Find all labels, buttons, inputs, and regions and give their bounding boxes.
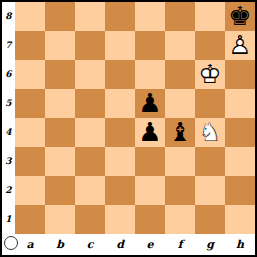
square-d2[interactable] <box>105 176 135 205</box>
black-pawn-glyph: ♟ <box>135 118 165 147</box>
square-d1[interactable] <box>105 205 135 234</box>
white-king[interactable]: ♚♔ <box>195 60 225 89</box>
file-label-a: a <box>15 234 45 255</box>
square-a4[interactable] <box>15 118 45 147</box>
square-h4[interactable] <box>225 118 255 147</box>
rank-label-6: 6 <box>2 60 15 89</box>
square-f2[interactable] <box>165 176 195 205</box>
rank-label-8: 8 <box>2 2 15 31</box>
square-e3[interactable] <box>135 147 165 176</box>
square-f5[interactable] <box>165 89 195 118</box>
square-e8[interactable] <box>135 2 165 31</box>
file-label-d: d <box>105 234 135 255</box>
rank-labels: 87654321 <box>2 2 15 234</box>
square-e2[interactable] <box>135 176 165 205</box>
chess-diagram: 87654321 ♚♟♙♚♔♟♟♝♞♘ abcdefgh <box>0 0 257 257</box>
square-e5[interactable]: ♟ <box>135 89 165 118</box>
rank-label-3: 3 <box>2 147 15 176</box>
black-pawn[interactable]: ♟ <box>135 89 165 118</box>
square-g2[interactable] <box>195 176 225 205</box>
rank-label-7: 7 <box>2 31 15 60</box>
file-label-f: f <box>165 234 195 255</box>
square-c6[interactable] <box>75 60 105 89</box>
file-labels: abcdefgh <box>15 234 255 255</box>
square-g8[interactable] <box>195 2 225 31</box>
rank-label-4: 4 <box>2 118 15 147</box>
square-e6[interactable] <box>135 60 165 89</box>
black-pawn-glyph: ♟ <box>135 89 165 118</box>
square-a8[interactable] <box>15 2 45 31</box>
square-c4[interactable] <box>75 118 105 147</box>
square-b8[interactable] <box>45 2 75 31</box>
square-g1[interactable] <box>195 205 225 234</box>
square-f6[interactable] <box>165 60 195 89</box>
square-h7[interactable]: ♟♙ <box>225 31 255 60</box>
white-knight[interactable]: ♞♘ <box>195 118 225 147</box>
square-f1[interactable] <box>165 205 195 234</box>
white-pawn-glyph: ♙ <box>225 31 255 60</box>
square-c1[interactable] <box>75 205 105 234</box>
square-g7[interactable] <box>195 31 225 60</box>
white-to-move-indicator <box>4 236 18 250</box>
square-c8[interactable] <box>75 2 105 31</box>
file-label-c: c <box>75 234 105 255</box>
square-a5[interactable] <box>15 89 45 118</box>
square-c2[interactable] <box>75 176 105 205</box>
square-b6[interactable] <box>45 60 75 89</box>
square-a7[interactable] <box>15 31 45 60</box>
square-e1[interactable] <box>135 205 165 234</box>
square-f3[interactable] <box>165 147 195 176</box>
black-pawn[interactable]: ♟ <box>135 118 165 147</box>
square-d3[interactable] <box>105 147 135 176</box>
rank-label-2: 2 <box>2 176 15 205</box>
file-label-e: e <box>135 234 165 255</box>
square-b2[interactable] <box>45 176 75 205</box>
rank-label-5: 5 <box>2 89 15 118</box>
square-b7[interactable] <box>45 31 75 60</box>
square-f4[interactable]: ♝ <box>165 118 195 147</box>
square-f8[interactable] <box>165 2 195 31</box>
white-knight-glyph: ♘ <box>195 118 225 147</box>
square-e4[interactable]: ♟ <box>135 118 165 147</box>
square-h3[interactable] <box>225 147 255 176</box>
square-a2[interactable] <box>15 176 45 205</box>
square-h1[interactable] <box>225 205 255 234</box>
square-c5[interactable] <box>75 89 105 118</box>
square-e7[interactable] <box>135 31 165 60</box>
square-a6[interactable] <box>15 60 45 89</box>
square-d8[interactable] <box>105 2 135 31</box>
rank-label-1: 1 <box>2 205 15 234</box>
black-king[interactable]: ♚ <box>225 2 255 31</box>
square-g6[interactable]: ♚♔ <box>195 60 225 89</box>
square-h6[interactable] <box>225 60 255 89</box>
file-label-b: b <box>45 234 75 255</box>
square-g4[interactable]: ♞♘ <box>195 118 225 147</box>
square-f7[interactable] <box>165 31 195 60</box>
black-king-glyph: ♚ <box>225 2 255 31</box>
white-pawn[interactable]: ♟♙ <box>225 31 255 60</box>
square-h2[interactable] <box>225 176 255 205</box>
file-label-g: g <box>195 234 225 255</box>
square-d5[interactable] <box>105 89 135 118</box>
square-a3[interactable] <box>15 147 45 176</box>
square-d6[interactable] <box>105 60 135 89</box>
white-king-glyph: ♔ <box>195 60 225 89</box>
square-c7[interactable] <box>75 31 105 60</box>
square-g3[interactable] <box>195 147 225 176</box>
square-a1[interactable] <box>15 205 45 234</box>
square-c3[interactable] <box>75 147 105 176</box>
black-bishop-glyph: ♝ <box>165 118 195 147</box>
chess-board[interactable]: ♚♟♙♚♔♟♟♝♞♘ <box>15 2 255 234</box>
black-bishop[interactable]: ♝ <box>165 118 195 147</box>
file-label-h: h <box>225 234 255 255</box>
square-b4[interactable] <box>45 118 75 147</box>
square-b1[interactable] <box>45 205 75 234</box>
square-h8[interactable]: ♚ <box>225 2 255 31</box>
square-b3[interactable] <box>45 147 75 176</box>
square-h5[interactable] <box>225 89 255 118</box>
square-d4[interactable] <box>105 118 135 147</box>
square-g5[interactable] <box>195 89 225 118</box>
square-b5[interactable] <box>45 89 75 118</box>
square-d7[interactable] <box>105 31 135 60</box>
